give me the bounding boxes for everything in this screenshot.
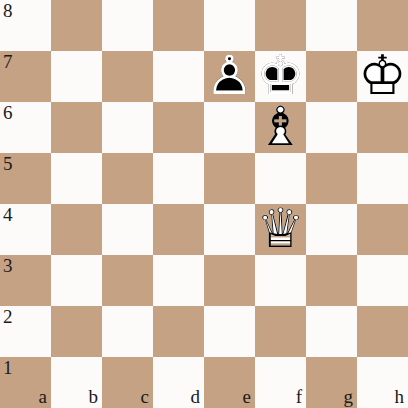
square-h2[interactable] — [357, 306, 408, 357]
file-label-d: d — [191, 387, 201, 406]
square-g1[interactable]: g — [306, 357, 357, 408]
file-label-c: c — [141, 387, 149, 406]
square-f3[interactable] — [255, 255, 306, 306]
square-f4[interactable]: ♛♕ — [255, 204, 306, 255]
square-f1[interactable]: f — [255, 357, 306, 408]
square-f2[interactable] — [255, 306, 306, 357]
square-d1[interactable]: d — [153, 357, 204, 408]
square-g4[interactable] — [306, 204, 357, 255]
square-a7[interactable]: 7 — [0, 51, 51, 102]
black-king-fill-glyph: ♚ — [256, 48, 304, 102]
file-label-e: e — [243, 387, 251, 406]
rank-label-2: 2 — [3, 307, 13, 326]
square-b2[interactable] — [51, 306, 102, 357]
square-b5[interactable] — [51, 153, 102, 204]
rank-label-6: 6 — [3, 103, 13, 122]
square-b1[interactable]: b — [51, 357, 102, 408]
white-bishop-fill-glyph: ♝ — [256, 99, 304, 153]
square-b4[interactable] — [51, 204, 102, 255]
square-a5[interactable]: 5 — [0, 153, 51, 204]
square-e3[interactable] — [204, 255, 255, 306]
square-b3[interactable] — [51, 255, 102, 306]
square-h5[interactable] — [357, 153, 408, 204]
square-a2[interactable]: 2 — [0, 306, 51, 357]
square-h7[interactable]: ♚♔ — [357, 51, 408, 102]
square-d7[interactable] — [153, 51, 204, 102]
square-h6[interactable] — [357, 102, 408, 153]
square-g5[interactable] — [306, 153, 357, 204]
square-h1[interactable]: h — [357, 357, 408, 408]
file-label-f: f — [296, 387, 302, 406]
square-c3[interactable] — [102, 255, 153, 306]
piece-white-king[interactable]: ♚♔ — [357, 51, 408, 102]
white-queen-fill-glyph: ♛ — [256, 201, 304, 255]
square-e2[interactable] — [204, 306, 255, 357]
square-g6[interactable] — [306, 102, 357, 153]
file-label-h: h — [395, 387, 405, 406]
square-d2[interactable] — [153, 306, 204, 357]
square-a3[interactable]: 3 — [0, 255, 51, 306]
square-g7[interactable] — [306, 51, 357, 102]
square-f6[interactable]: ♝♗ — [255, 102, 306, 153]
square-g2[interactable] — [306, 306, 357, 357]
square-f7[interactable]: ♚♔ — [255, 51, 306, 102]
file-label-g: g — [344, 387, 354, 406]
square-a4[interactable]: 4 — [0, 204, 51, 255]
square-d3[interactable] — [153, 255, 204, 306]
square-e1[interactable]: e — [204, 357, 255, 408]
square-f8[interactable] — [255, 0, 306, 51]
black-pawn-outline-glyph: ♙ — [205, 48, 253, 102]
piece-white-bishop[interactable]: ♝♗ — [255, 102, 306, 153]
file-label-b: b — [89, 387, 99, 406]
rank-label-5: 5 — [3, 154, 13, 173]
white-queen-outline-glyph: ♕ — [256, 201, 304, 255]
white-bishop-outline-glyph: ♗ — [256, 99, 304, 153]
square-c1[interactable]: c — [102, 357, 153, 408]
rank-label-7: 7 — [3, 52, 13, 71]
square-e5[interactable] — [204, 153, 255, 204]
square-c8[interactable] — [102, 0, 153, 51]
square-e4[interactable] — [204, 204, 255, 255]
square-h8[interactable] — [357, 0, 408, 51]
rank-label-4: 4 — [3, 205, 13, 224]
square-b6[interactable] — [51, 102, 102, 153]
piece-black-king[interactable]: ♚♔ — [255, 51, 306, 102]
piece-black-pawn[interactable]: ♟♙ — [204, 51, 255, 102]
rank-label-3: 3 — [3, 256, 13, 275]
square-c7[interactable] — [102, 51, 153, 102]
square-e8[interactable] — [204, 0, 255, 51]
rank-label-1: 1 — [3, 358, 13, 377]
piece-white-queen[interactable]: ♛♕ — [255, 204, 306, 255]
square-c4[interactable] — [102, 204, 153, 255]
white-king-outline-glyph: ♔ — [358, 48, 406, 102]
square-g3[interactable] — [306, 255, 357, 306]
square-c5[interactable] — [102, 153, 153, 204]
file-label-a: a — [39, 387, 47, 406]
square-h4[interactable] — [357, 204, 408, 255]
square-b7[interactable] — [51, 51, 102, 102]
white-king-fill-glyph: ♚ — [358, 48, 406, 102]
square-d6[interactable] — [153, 102, 204, 153]
square-a6[interactable]: 6 — [0, 102, 51, 153]
square-d8[interactable] — [153, 0, 204, 51]
square-b8[interactable] — [51, 0, 102, 51]
rank-label-8: 8 — [3, 1, 13, 20]
square-g8[interactable] — [306, 0, 357, 51]
square-e6[interactable] — [204, 102, 255, 153]
square-d4[interactable] — [153, 204, 204, 255]
square-d5[interactable] — [153, 153, 204, 204]
square-c2[interactable] — [102, 306, 153, 357]
chess-board: 87♟♙♚♔♚♔6♝♗54♛♕321abcdefgh — [0, 0, 408, 408]
black-pawn-fill-glyph: ♟ — [205, 48, 253, 102]
square-e7[interactable]: ♟♙ — [204, 51, 255, 102]
square-f5[interactable] — [255, 153, 306, 204]
square-h3[interactable] — [357, 255, 408, 306]
square-a8[interactable]: 8 — [0, 0, 51, 51]
square-a1[interactable]: 1a — [0, 357, 51, 408]
black-king-outline-glyph: ♔ — [256, 48, 304, 102]
square-c6[interactable] — [102, 102, 153, 153]
